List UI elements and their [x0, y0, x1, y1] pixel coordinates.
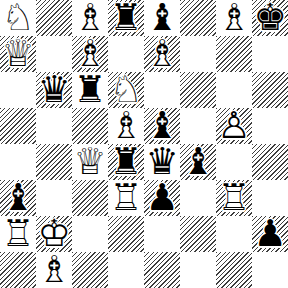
piece-glyph: ♗ [145, 36, 178, 72]
black-bishop-piece: ♝♝ [0, 180, 36, 216]
piece-glyph: ♝ [145, 108, 178, 144]
square-d3[interactable]: ♜♖ [108, 180, 144, 216]
square-f8[interactable] [180, 0, 216, 36]
square-h7[interactable] [252, 36, 288, 72]
piece-glyph: ♜ [73, 72, 106, 108]
black-pawn-piece: ♟♟ [144, 180, 180, 216]
square-h6[interactable] [252, 72, 288, 108]
piece-glyph: ♘ [1, 0, 34, 36]
piece-halo: ♜ [109, 144, 142, 180]
piece-glyph: ♗ [37, 252, 70, 288]
white-queen-piece: ♛♕ [0, 36, 36, 72]
square-d7[interactable] [108, 36, 144, 72]
black-king-piece: ♚♚ [252, 0, 288, 36]
square-c3[interactable] [72, 180, 108, 216]
square-d6[interactable]: ♞♘ [108, 72, 144, 108]
square-a6[interactable] [0, 72, 36, 108]
square-b8[interactable] [36, 0, 72, 36]
white-knight-piece: ♞♘ [108, 72, 144, 108]
square-d4[interactable]: ♜♜ [108, 144, 144, 180]
piece-glyph: ♖ [217, 180, 250, 216]
white-queen-piece: ♛♕ [72, 144, 108, 180]
piece-glyph: ♖ [109, 180, 142, 216]
square-h4[interactable] [252, 144, 288, 180]
square-c2[interactable] [72, 216, 108, 252]
square-f6[interactable] [180, 72, 216, 108]
square-f7[interactable] [180, 36, 216, 72]
square-h5[interactable] [252, 108, 288, 144]
square-g2[interactable] [216, 216, 252, 252]
square-d5[interactable]: ♝♗ [108, 108, 144, 144]
square-e3[interactable]: ♟♟ [144, 180, 180, 216]
square-c6[interactable]: ♜♜ [72, 72, 108, 108]
white-rook-piece: ♜♖ [216, 180, 252, 216]
piece-halo: ♛ [1, 36, 34, 72]
square-d1[interactable] [108, 252, 144, 288]
piece-halo: ♝ [217, 0, 250, 36]
piece-glyph: ♟ [145, 180, 178, 216]
square-h8[interactable]: ♚♚ [252, 0, 288, 36]
piece-glyph: ♝ [145, 0, 178, 36]
square-g6[interactable] [216, 72, 252, 108]
piece-glyph: ♝ [1, 180, 34, 216]
black-rook-piece: ♜♜ [72, 72, 108, 108]
piece-halo: ♚ [37, 216, 70, 252]
piece-halo: ♚ [253, 0, 286, 36]
piece-halo: ♝ [73, 36, 106, 72]
piece-halo: ♛ [145, 144, 178, 180]
piece-halo: ♜ [217, 180, 250, 216]
square-a1[interactable] [0, 252, 36, 288]
square-h1[interactable] [252, 252, 288, 288]
square-g7[interactable] [216, 36, 252, 72]
white-bishop-piece: ♝♗ [36, 252, 72, 288]
piece-halo: ♝ [145, 0, 178, 36]
square-b6[interactable]: ♛♛ [36, 72, 72, 108]
piece-glyph: ♕ [73, 144, 106, 180]
piece-glyph: ♟ [253, 216, 286, 252]
piece-halo: ♜ [109, 180, 142, 216]
piece-halo: ♟ [217, 108, 250, 144]
piece-glyph: ♛ [145, 144, 178, 180]
black-bishop-piece: ♝♝ [180, 144, 216, 180]
piece-glyph: ♗ [217, 0, 250, 36]
black-queen-piece: ♛♛ [36, 72, 72, 108]
piece-halo: ♟ [145, 180, 178, 216]
square-a7[interactable]: ♛♕ [0, 36, 36, 72]
square-g8[interactable]: ♝♗ [216, 0, 252, 36]
square-e2[interactable] [144, 216, 180, 252]
square-e6[interactable] [144, 72, 180, 108]
piece-halo: ♝ [1, 180, 34, 216]
square-c8[interactable]: ♝♗ [72, 0, 108, 36]
piece-halo: ♛ [73, 144, 106, 180]
piece-halo: ♜ [109, 0, 142, 36]
piece-glyph: ♝ [181, 144, 214, 180]
piece-halo: ♝ [109, 108, 142, 144]
piece-halo: ♛ [37, 72, 70, 108]
white-bishop-piece: ♝♗ [72, 0, 108, 36]
square-g3[interactable]: ♜♖ [216, 180, 252, 216]
square-e8[interactable]: ♝♝ [144, 0, 180, 36]
black-bishop-piece: ♝♝ [144, 108, 180, 144]
piece-halo: ♝ [145, 36, 178, 72]
square-a5[interactable] [0, 108, 36, 144]
square-g1[interactable] [216, 252, 252, 288]
white-bishop-piece: ♝♗ [72, 36, 108, 72]
square-f1[interactable] [180, 252, 216, 288]
chess-board: ♞♘♝♗♜♜♝♝♝♗♚♚♛♕♝♗♝♗♛♛♜♜♞♘♝♗♝♝♟♙♛♕♜♜♛♛♝♝♝♝… [0, 0, 288, 288]
square-h3[interactable] [252, 180, 288, 216]
piece-halo: ♝ [73, 0, 106, 36]
piece-halo: ♝ [181, 144, 214, 180]
square-b2[interactable]: ♚♔ [36, 216, 72, 252]
black-pawn-piece: ♟♟ [252, 216, 288, 252]
square-c7[interactable]: ♝♗ [72, 36, 108, 72]
white-bishop-piece: ♝♗ [216, 0, 252, 36]
piece-glyph: ♜ [109, 0, 142, 36]
square-f2[interactable] [180, 216, 216, 252]
piece-glyph: ♕ [1, 36, 34, 72]
piece-halo: ♜ [73, 72, 106, 108]
piece-glyph: ♗ [109, 108, 142, 144]
square-c1[interactable] [72, 252, 108, 288]
piece-halo: ♝ [145, 108, 178, 144]
white-rook-piece: ♜♖ [0, 216, 36, 252]
square-e7[interactable]: ♝♗ [144, 36, 180, 72]
white-pawn-piece: ♟♙ [216, 108, 252, 144]
square-a2[interactable]: ♜♖ [0, 216, 36, 252]
piece-glyph: ♗ [73, 36, 106, 72]
piece-glyph: ♙ [217, 108, 250, 144]
piece-halo: ♞ [109, 72, 142, 108]
square-f5[interactable] [180, 108, 216, 144]
black-rook-piece: ♜♜ [108, 0, 144, 36]
piece-glyph: ♜ [109, 144, 142, 180]
piece-halo: ♜ [1, 216, 34, 252]
square-e1[interactable] [144, 252, 180, 288]
square-a4[interactable] [0, 144, 36, 180]
square-f4[interactable]: ♝♝ [180, 144, 216, 180]
square-c4[interactable]: ♛♕ [72, 144, 108, 180]
square-g4[interactable] [216, 144, 252, 180]
square-b5[interactable] [36, 108, 72, 144]
piece-glyph: ♚ [253, 0, 286, 36]
square-a8[interactable]: ♞♘ [0, 0, 36, 36]
square-a3[interactable]: ♝♝ [0, 180, 36, 216]
square-d8[interactable]: ♜♜ [108, 0, 144, 36]
piece-glyph: ♖ [1, 216, 34, 252]
square-e4[interactable]: ♛♛ [144, 144, 180, 180]
piece-halo: ♝ [37, 252, 70, 288]
black-queen-piece: ♛♛ [144, 144, 180, 180]
piece-glyph: ♘ [109, 72, 142, 108]
square-b3[interactable] [36, 180, 72, 216]
square-f3[interactable] [180, 180, 216, 216]
piece-halo: ♞ [1, 0, 34, 36]
square-c5[interactable] [72, 108, 108, 144]
white-rook-piece: ♜♖ [108, 180, 144, 216]
square-b1[interactable]: ♝♗ [36, 252, 72, 288]
black-bishop-piece: ♝♝ [144, 0, 180, 36]
square-b7[interactable] [36, 36, 72, 72]
black-rook-piece: ♜♜ [108, 144, 144, 180]
piece-glyph: ♛ [37, 72, 70, 108]
piece-halo: ♟ [253, 216, 286, 252]
square-h2[interactable]: ♟♟ [252, 216, 288, 252]
white-knight-piece: ♞♘ [0, 0, 36, 36]
white-king-piece: ♚♔ [36, 216, 72, 252]
square-b4[interactable] [36, 144, 72, 180]
white-bishop-piece: ♝♗ [108, 108, 144, 144]
piece-glyph: ♗ [73, 0, 106, 36]
square-d2[interactable] [108, 216, 144, 252]
square-e5[interactable]: ♝♝ [144, 108, 180, 144]
piece-glyph: ♔ [37, 216, 70, 252]
white-bishop-piece: ♝♗ [144, 36, 180, 72]
square-g5[interactable]: ♟♙ [216, 108, 252, 144]
